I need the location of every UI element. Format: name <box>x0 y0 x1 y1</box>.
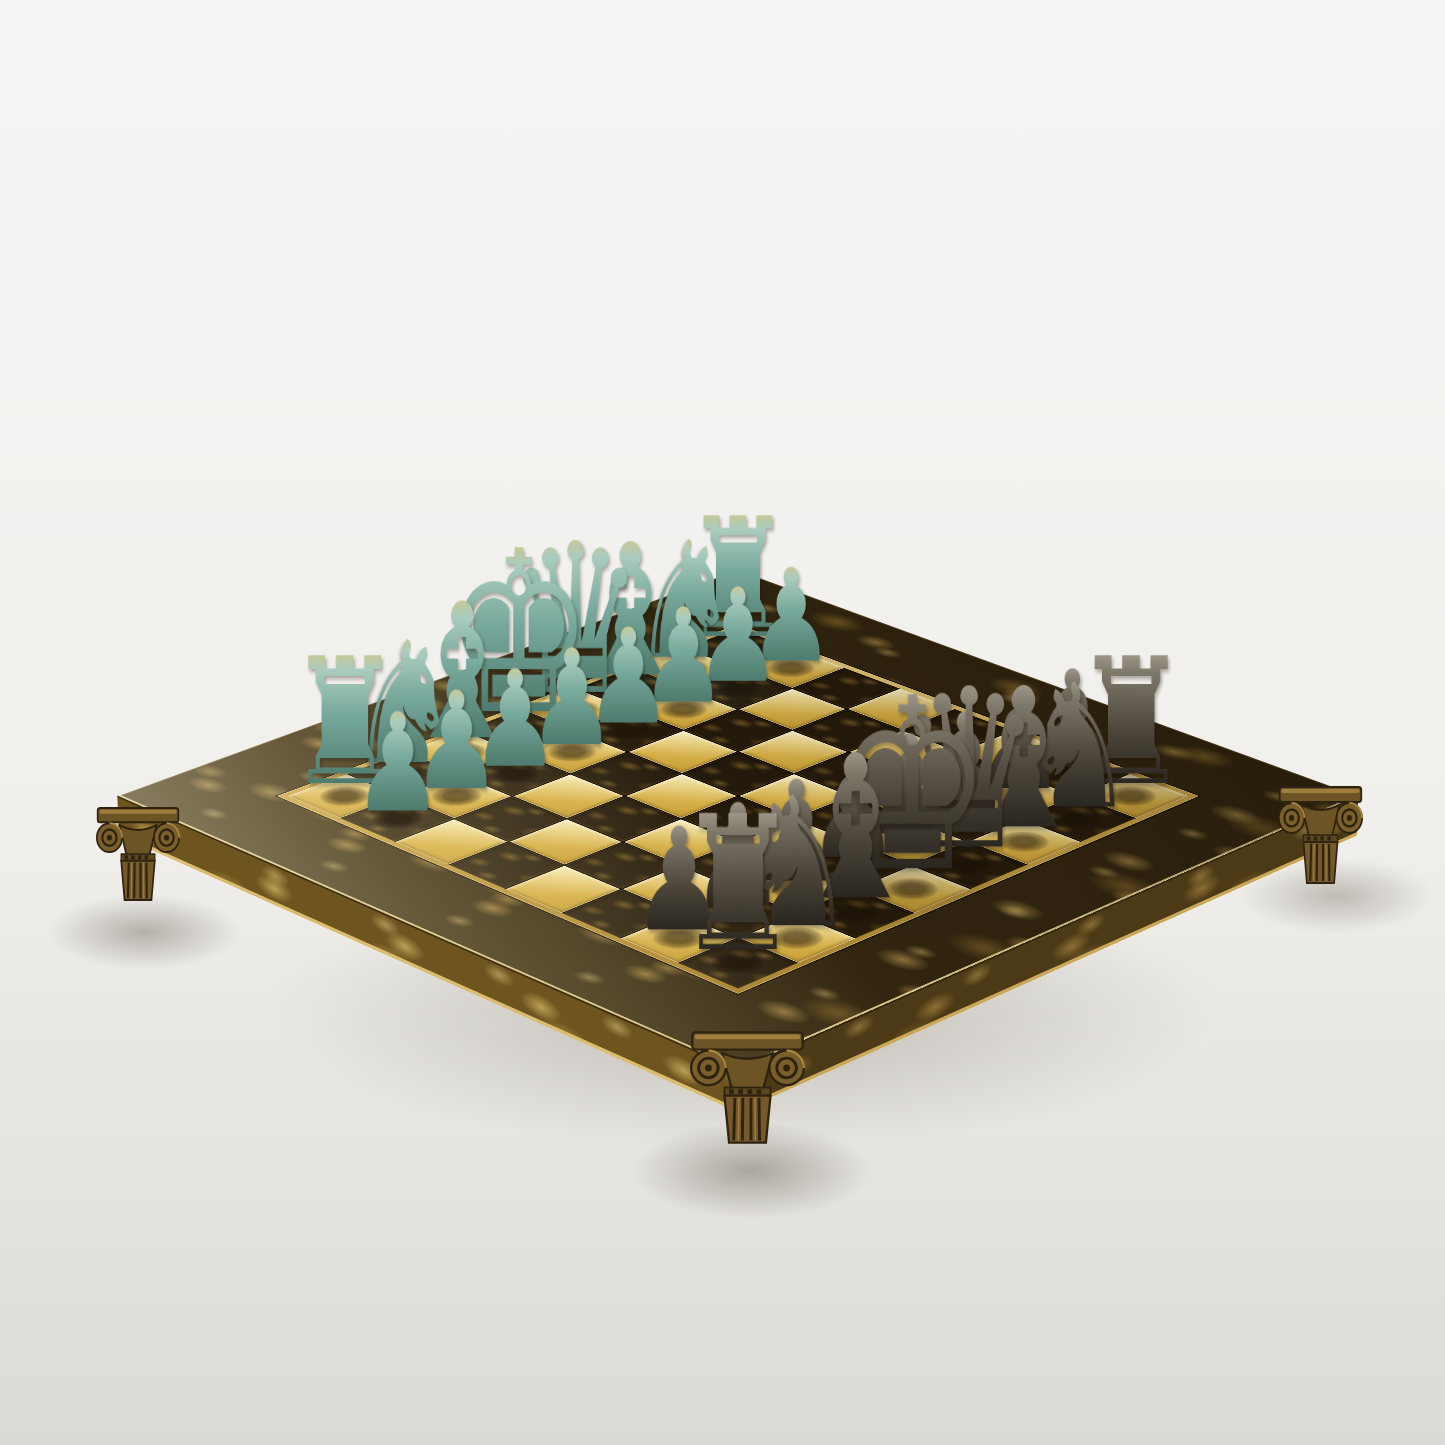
piece-glyph: ♟ <box>353 699 443 828</box>
board-foot-right <box>1278 785 1363 885</box>
board-foot-left <box>96 806 180 902</box>
ionic-capital-icon <box>96 806 180 902</box>
piece-glyph: ♜ <box>676 797 800 974</box>
product-photo-scene: ♜♟♟♜♞♟♟♞♝♟♟♝♛♟♟♛♚♟♟♚♝♟♟♝♞♟♟♞♜♟♟♜ <box>0 0 1445 1445</box>
ionic-capital-icon <box>1278 785 1363 885</box>
ionic-capital-icon <box>690 1030 805 1145</box>
board-foot-front <box>690 1030 805 1145</box>
chess-board: ♜♟♟♜♞♟♟♞♝♟♟♝♛♟♟♛♚♟♟♚♝♟♟♝♞♟♟♞♜♟♟♜ <box>119 570 1358 1068</box>
